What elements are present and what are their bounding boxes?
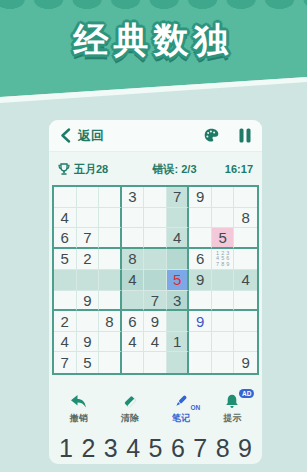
cell-r8c6[interactable]: 1 bbox=[167, 332, 190, 353]
title-banner: 经典数独 bbox=[0, 0, 307, 112]
cell-r1c5[interactable] bbox=[144, 187, 167, 208]
error-counter: 错误: 2/3 bbox=[130, 162, 219, 177]
cell-r9c4[interactable] bbox=[122, 352, 145, 373]
game-card: 返回 bbox=[49, 120, 262, 464]
cell-r3c3[interactable] bbox=[99, 228, 122, 249]
numpad-key-7[interactable]: 7 bbox=[190, 434, 210, 463]
pencil-notes: 123456789 bbox=[212, 249, 234, 270]
cell-r9c3[interactable] bbox=[99, 352, 122, 373]
cell-r9c2[interactable]: 5 bbox=[77, 352, 100, 373]
cell-r2c5[interactable] bbox=[144, 208, 167, 229]
cell-r1c9[interactable] bbox=[234, 187, 257, 208]
cell-r6c4[interactable] bbox=[122, 291, 145, 312]
cell-r2c9[interactable]: 8 bbox=[234, 208, 257, 229]
numpad-key-2[interactable]: 2 bbox=[78, 434, 98, 463]
cell-r6c9[interactable] bbox=[234, 291, 257, 312]
numpad-key-6[interactable]: 6 bbox=[168, 434, 188, 463]
cell-r4c2[interactable]: 2 bbox=[77, 249, 100, 271]
timer: 16:17 bbox=[219, 163, 253, 175]
cell-r2c4[interactable] bbox=[122, 208, 145, 229]
cell-r5c6[interactable]: 5 bbox=[167, 270, 190, 291]
numpad-key-1[interactable]: 1 bbox=[56, 434, 76, 463]
cell-r9c8[interactable] bbox=[212, 352, 235, 373]
eraser-icon bbox=[122, 394, 138, 409]
cell-r5c5[interactable] bbox=[144, 270, 167, 291]
cell-r1c8[interactable] bbox=[212, 187, 235, 208]
cell-r6c8[interactable] bbox=[212, 291, 235, 312]
cell-r1c1[interactable] bbox=[54, 187, 77, 208]
cell-r3c8[interactable]: 5 bbox=[212, 228, 235, 249]
cell-r4c8[interactable]: 123456789 bbox=[212, 249, 235, 271]
undo-arrow-icon bbox=[70, 394, 87, 409]
cell-r7c6[interactable] bbox=[167, 311, 190, 332]
cell-r8c9[interactable] bbox=[234, 332, 257, 353]
palette-icon[interactable] bbox=[203, 128, 220, 143]
cell-r8c4[interactable]: 4 bbox=[122, 332, 145, 353]
pen-icon bbox=[173, 394, 190, 409]
cell-r3c6[interactable]: 4 bbox=[167, 228, 190, 249]
toolbar: 撤销 清除 ON bbox=[49, 394, 262, 425]
pause-button-icon[interactable] bbox=[239, 128, 251, 143]
cell-r8c1[interactable]: 4 bbox=[54, 332, 77, 353]
cell-r4c9[interactable] bbox=[234, 249, 257, 271]
cell-r6c7[interactable] bbox=[189, 291, 212, 312]
erase-label: 清除 bbox=[121, 412, 139, 425]
cell-r9c7[interactable] bbox=[189, 352, 212, 373]
app-title: 经典数独 bbox=[0, 17, 307, 64]
hint-button[interactable]: AD 提示 bbox=[212, 394, 252, 425]
cell-r6c5[interactable]: 7 bbox=[144, 291, 167, 312]
cell-r5c2[interactable] bbox=[77, 270, 100, 291]
erase-button[interactable]: 清除 bbox=[110, 394, 150, 425]
cell-r1c6[interactable]: 7 bbox=[167, 187, 190, 208]
cell-r3c7[interactable] bbox=[189, 228, 212, 249]
cell-r1c3[interactable] bbox=[99, 187, 122, 208]
cell-r6c6[interactable]: 3 bbox=[167, 291, 190, 312]
cell-r4c6[interactable] bbox=[167, 249, 190, 271]
cell-r4c7[interactable]: 6 bbox=[189, 249, 212, 271]
sudoku-grid: 3794867455286123456789459497328699494417… bbox=[52, 185, 259, 375]
cell-r7c4[interactable]: 6 bbox=[122, 311, 145, 332]
cell-r5c8[interactable] bbox=[212, 270, 235, 291]
trophy-icon bbox=[58, 163, 70, 176]
cell-r7c7[interactable]: 9 bbox=[189, 311, 212, 332]
cell-r7c8[interactable] bbox=[212, 311, 235, 332]
bell-icon bbox=[224, 394, 240, 409]
cell-r5c7[interactable]: 9 bbox=[189, 270, 212, 291]
cell-r3c9[interactable] bbox=[234, 228, 257, 249]
cell-r1c4[interactable]: 3 bbox=[122, 187, 145, 208]
numpad-key-3[interactable]: 3 bbox=[101, 434, 121, 463]
hint-label: 提示 bbox=[223, 412, 241, 425]
cell-r5c9[interactable]: 4 bbox=[234, 270, 257, 291]
cell-r6c2[interactable]: 9 bbox=[77, 291, 100, 312]
cell-r3c5[interactable] bbox=[144, 228, 167, 249]
cell-r8c8[interactable] bbox=[212, 332, 235, 353]
numpad-key-8[interactable]: 8 bbox=[213, 434, 233, 463]
back-chevron-icon bbox=[60, 128, 71, 143]
cell-r4c1[interactable]: 5 bbox=[54, 249, 77, 271]
cell-r7c5[interactable]: 9 bbox=[144, 311, 167, 332]
cell-r8c2[interactable]: 9 bbox=[77, 332, 100, 353]
cell-r7c9[interactable] bbox=[234, 311, 257, 332]
cell-r1c7[interactable]: 9 bbox=[189, 187, 212, 208]
cell-r4c5[interactable] bbox=[144, 249, 167, 271]
cell-r2c2[interactable] bbox=[77, 208, 100, 229]
cell-r2c1[interactable]: 4 bbox=[54, 208, 77, 229]
cell-r3c4[interactable] bbox=[122, 228, 145, 249]
cell-r7c2[interactable] bbox=[77, 311, 100, 332]
cell-r8c3[interactable] bbox=[99, 332, 122, 353]
cell-r4c4[interactable]: 8 bbox=[122, 249, 145, 271]
cell-r5c3[interactable] bbox=[99, 270, 122, 291]
numpad-key-4[interactable]: 4 bbox=[123, 434, 143, 463]
notes-button[interactable]: ON 笔记 bbox=[161, 394, 201, 425]
status-bar: 五月28 错误: 2/3 16:17 bbox=[49, 155, 262, 183]
cell-r2c8[interactable] bbox=[212, 208, 235, 229]
cell-r1c2[interactable] bbox=[77, 187, 100, 208]
cell-r9c1[interactable]: 7 bbox=[54, 352, 77, 373]
notes-on-badge: ON bbox=[190, 404, 200, 411]
cell-r9c6[interactable] bbox=[167, 352, 190, 373]
cell-r2c3[interactable] bbox=[99, 208, 122, 229]
back-label: 返回 bbox=[78, 127, 104, 145]
hint-ad-badge: AD bbox=[239, 389, 254, 398]
daily-date: 五月28 bbox=[74, 162, 108, 177]
cell-r6c3[interactable] bbox=[99, 291, 122, 312]
cell-r2c6[interactable] bbox=[167, 208, 190, 229]
cell-r6c1[interactable] bbox=[54, 291, 77, 312]
cell-r9c9[interactable]: 9 bbox=[234, 352, 257, 373]
cell-r5c1[interactable] bbox=[54, 270, 77, 291]
cell-r3c1[interactable]: 6 bbox=[54, 228, 77, 249]
numpad: 123456789 bbox=[49, 434, 262, 463]
numpad-key-5[interactable]: 5 bbox=[146, 434, 166, 463]
cell-r7c1[interactable]: 2 bbox=[54, 311, 77, 332]
undo-button[interactable]: 撤销 bbox=[59, 394, 99, 425]
back-button[interactable]: 返回 bbox=[60, 127, 104, 145]
cell-r9c5[interactable] bbox=[144, 352, 167, 373]
cell-r8c5[interactable]: 4 bbox=[144, 332, 167, 353]
cell-r2c7[interactable] bbox=[189, 208, 212, 229]
cell-r5c4[interactable]: 4 bbox=[122, 270, 145, 291]
notes-label: 笔记 bbox=[172, 412, 190, 425]
cell-r4c3[interactable] bbox=[99, 249, 122, 271]
undo-label: 撤销 bbox=[70, 412, 88, 425]
cell-r8c7[interactable] bbox=[189, 332, 212, 353]
topbar: 返回 bbox=[49, 120, 262, 152]
cell-r3c2[interactable]: 7 bbox=[77, 228, 100, 249]
numpad-key-9[interactable]: 9 bbox=[235, 434, 255, 463]
cell-r7c3[interactable]: 8 bbox=[99, 311, 122, 332]
